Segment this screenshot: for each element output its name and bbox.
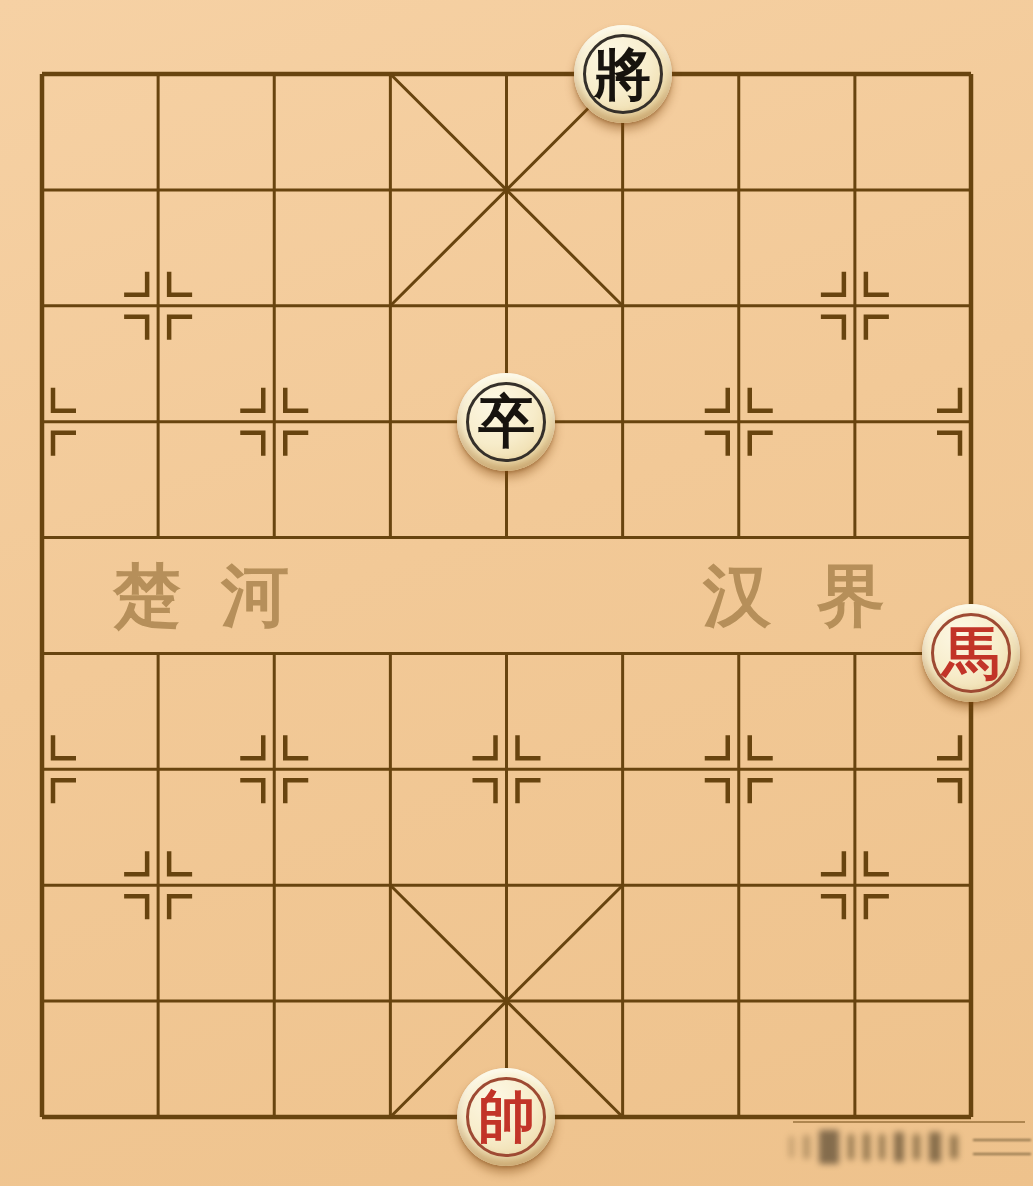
pieces-layer: 將卒馬帥: [0, 16, 1029, 1175]
xiangqi-app: { "game": "xiangqi", "position": { "fen"…: [0, 0, 1033, 1186]
black-soldier-piece[interactable]: 卒: [457, 373, 555, 471]
piece-glyph: 卒: [478, 393, 535, 450]
xiangqi-board: 楚河 汉界 將卒馬帥: [0, 0, 1033, 1186]
piece-glyph: 帥: [478, 1088, 535, 1145]
black-general-piece[interactable]: 將: [574, 25, 672, 123]
piece-glyph: 馬: [942, 625, 999, 682]
red-horse-piece[interactable]: 馬: [922, 604, 1020, 702]
red-general-piece[interactable]: 帥: [457, 1068, 555, 1166]
piece-glyph: 將: [594, 46, 651, 103]
